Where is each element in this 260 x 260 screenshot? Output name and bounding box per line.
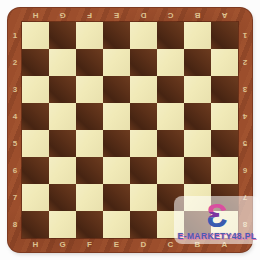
- file-label-top-a: A: [211, 8, 238, 22]
- file-label-bottom-d: D: [130, 238, 157, 252]
- square-a5[interactable]: [211, 130, 238, 157]
- square-a6[interactable]: [211, 157, 238, 184]
- rank-label-right-5: 5: [238, 130, 252, 157]
- square-g1[interactable]: [49, 22, 76, 49]
- square-h5[interactable]: [22, 130, 49, 157]
- square-f5[interactable]: [76, 130, 103, 157]
- file-label-bottom-h: H: [22, 238, 49, 252]
- square-h8[interactable]: [22, 211, 49, 238]
- file-label-top-h: H: [22, 8, 49, 22]
- rank-label-right-2: 2: [238, 49, 252, 76]
- watermark: Ɛ Ɛ Ɛ E-MARKETY48.PL: [174, 196, 260, 244]
- square-g6[interactable]: [49, 157, 76, 184]
- rank-label-right-1: 1: [238, 22, 252, 49]
- file-label-bottom-e: E: [103, 238, 130, 252]
- square-e7[interactable]: [103, 184, 130, 211]
- square-e8[interactable]: [103, 211, 130, 238]
- square-c3[interactable]: [157, 76, 184, 103]
- square-e5[interactable]: [103, 130, 130, 157]
- square-b3[interactable]: [184, 76, 211, 103]
- file-label-bottom-g: G: [49, 238, 76, 252]
- square-b4[interactable]: [184, 103, 211, 130]
- square-g3[interactable]: [49, 76, 76, 103]
- watermark-logo-e-icon: Ɛ Ɛ Ɛ: [174, 196, 260, 234]
- file-label-bottom-f: F: [76, 238, 103, 252]
- square-f6[interactable]: [76, 157, 103, 184]
- square-c1[interactable]: [157, 22, 184, 49]
- rank-label-left-8: 8: [8, 211, 22, 238]
- square-a2[interactable]: [211, 49, 238, 76]
- square-a4[interactable]: [211, 103, 238, 130]
- square-h7[interactable]: [22, 184, 49, 211]
- square-e2[interactable]: [103, 49, 130, 76]
- square-d5[interactable]: [130, 130, 157, 157]
- rank-label-left-5: 5: [8, 130, 22, 157]
- square-d2[interactable]: [130, 49, 157, 76]
- file-label-top-b: B: [184, 8, 211, 22]
- square-f1[interactable]: [76, 22, 103, 49]
- square-h6[interactable]: [22, 157, 49, 184]
- square-e4[interactable]: [103, 103, 130, 130]
- square-d3[interactable]: [130, 76, 157, 103]
- square-d7[interactable]: [130, 184, 157, 211]
- square-g2[interactable]: [49, 49, 76, 76]
- watermark-text: E-MARKETY48.PL: [174, 231, 260, 241]
- square-c6[interactable]: [157, 157, 184, 184]
- square-g8[interactable]: [49, 211, 76, 238]
- square-b2[interactable]: [184, 49, 211, 76]
- square-f8[interactable]: [76, 211, 103, 238]
- square-a3[interactable]: [211, 76, 238, 103]
- square-b1[interactable]: [184, 22, 211, 49]
- square-d6[interactable]: [130, 157, 157, 184]
- square-d1[interactable]: [130, 22, 157, 49]
- rank-label-left-7: 7: [8, 184, 22, 211]
- square-d8[interactable]: [130, 211, 157, 238]
- file-label-top-e: E: [103, 8, 130, 22]
- square-g7[interactable]: [49, 184, 76, 211]
- square-f7[interactable]: [76, 184, 103, 211]
- rank-label-left-2: 2: [8, 49, 22, 76]
- square-c5[interactable]: [157, 130, 184, 157]
- square-a1[interactable]: [211, 22, 238, 49]
- square-c2[interactable]: [157, 49, 184, 76]
- square-c4[interactable]: [157, 103, 184, 130]
- page: HH11GG22FF33EE44DD55CC66BB77AA88 Ɛ Ɛ Ɛ E…: [0, 0, 260, 260]
- square-b6[interactable]: [184, 157, 211, 184]
- square-e6[interactable]: [103, 157, 130, 184]
- square-f2[interactable]: [76, 49, 103, 76]
- square-b5[interactable]: [184, 130, 211, 157]
- rank-label-left-6: 6: [8, 157, 22, 184]
- square-e3[interactable]: [103, 76, 130, 103]
- square-h1[interactable]: [22, 22, 49, 49]
- square-h2[interactable]: [22, 49, 49, 76]
- square-g4[interactable]: [49, 103, 76, 130]
- file-label-top-f: F: [76, 8, 103, 22]
- square-h3[interactable]: [22, 76, 49, 103]
- file-label-top-c: C: [157, 8, 184, 22]
- rank-label-left-4: 4: [8, 103, 22, 130]
- square-f3[interactable]: [76, 76, 103, 103]
- rank-label-right-6: 6: [238, 157, 252, 184]
- square-d4[interactable]: [130, 103, 157, 130]
- square-e1[interactable]: [103, 22, 130, 49]
- file-label-top-g: G: [49, 8, 76, 22]
- rank-label-right-4: 4: [238, 103, 252, 130]
- rank-label-right-3: 3: [238, 76, 252, 103]
- square-h4[interactable]: [22, 103, 49, 130]
- file-label-top-d: D: [130, 8, 157, 22]
- square-f4[interactable]: [76, 103, 103, 130]
- square-g5[interactable]: [49, 130, 76, 157]
- rank-label-left-1: 1: [8, 22, 22, 49]
- rank-label-left-3: 3: [8, 76, 22, 103]
